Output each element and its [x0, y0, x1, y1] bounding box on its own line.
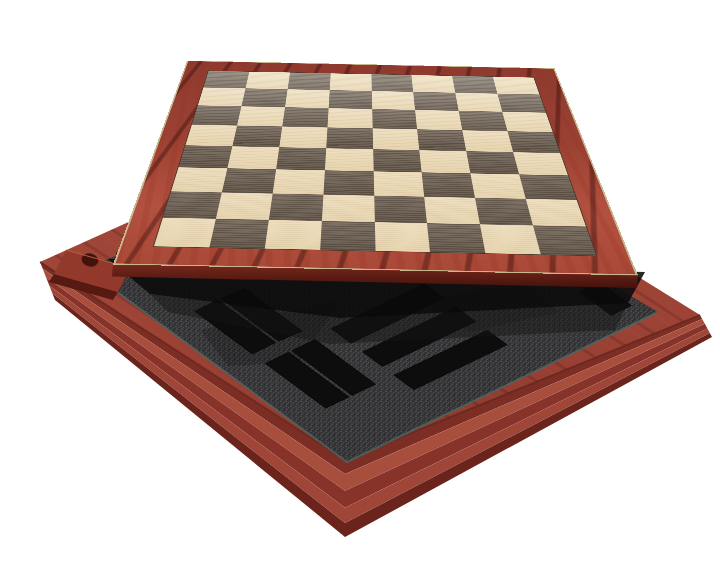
square-f1[interactable]: [427, 223, 485, 253]
square-e8[interactable]: [371, 74, 413, 92]
square-g6[interactable]: [459, 111, 508, 131]
square-g5[interactable]: [462, 130, 513, 152]
square-a1[interactable]: [154, 218, 216, 248]
square-d1[interactable]: [320, 221, 375, 251]
square-b7[interactable]: [241, 88, 287, 107]
square-g2[interactable]: [475, 198, 533, 226]
board-squares: [153, 70, 598, 256]
square-h6[interactable]: [502, 112, 552, 132]
square-e5[interactable]: [372, 128, 419, 150]
square-d7[interactable]: [328, 90, 371, 109]
square-d8[interactable]: [329, 73, 371, 91]
square-h1[interactable]: [533, 226, 596, 256]
square-a7[interactable]: [198, 87, 246, 106]
square-c7[interactable]: [285, 89, 330, 108]
square-h3[interactable]: [519, 175, 576, 200]
square-d3[interactable]: [323, 170, 374, 195]
square-e1[interactable]: [374, 222, 430, 252]
square-a8[interactable]: [203, 71, 249, 89]
square-h8[interactable]: [493, 77, 540, 95]
square-c2[interactable]: [269, 194, 323, 221]
square-c3[interactable]: [272, 169, 324, 194]
square-a2[interactable]: [163, 192, 222, 219]
square-h5[interactable]: [508, 131, 560, 153]
square-h2[interactable]: [526, 199, 586, 227]
square-b5[interactable]: [232, 125, 282, 147]
square-g1[interactable]: [480, 224, 541, 254]
square-e6[interactable]: [372, 109, 418, 129]
square-g4[interactable]: [466, 151, 519, 175]
square-b6[interactable]: [237, 106, 285, 126]
square-e3[interactable]: [373, 171, 424, 196]
square-b8[interactable]: [245, 72, 289, 90]
square-f3[interactable]: [422, 173, 475, 198]
square-d4[interactable]: [325, 148, 374, 171]
square-b3[interactable]: [222, 168, 276, 193]
square-g7[interactable]: [455, 93, 502, 112]
chess-board: [113, 61, 638, 276]
square-b4[interactable]: [227, 146, 279, 169]
square-f2[interactable]: [425, 197, 481, 225]
square-d6[interactable]: [327, 108, 372, 128]
square-h4[interactable]: [513, 152, 568, 176]
square-g8[interactable]: [452, 76, 497, 94]
square-a4[interactable]: [179, 145, 233, 168]
square-a5[interactable]: [185, 124, 237, 146]
square-h7[interactable]: [497, 94, 545, 113]
square-c8[interactable]: [287, 72, 330, 90]
square-e4[interactable]: [373, 149, 422, 172]
board-frame: [113, 61, 638, 276]
square-d2[interactable]: [322, 195, 375, 222]
square-c5[interactable]: [279, 126, 327, 148]
square-g3[interactable]: [471, 174, 526, 199]
square-c1[interactable]: [265, 220, 322, 250]
square-b2[interactable]: [216, 193, 273, 220]
square-c6[interactable]: [282, 107, 328, 127]
square-f6[interactable]: [415, 110, 462, 130]
square-f7[interactable]: [413, 92, 458, 111]
square-e7[interactable]: [371, 91, 415, 110]
square-f8[interactable]: [412, 75, 456, 93]
square-f5[interactable]: [417, 129, 466, 151]
square-c4[interactable]: [276, 147, 326, 170]
square-a3[interactable]: [171, 167, 227, 192]
square-e2[interactable]: [374, 196, 427, 224]
square-f4[interactable]: [420, 150, 471, 173]
product-photo-scene: [0, 0, 720, 576]
square-d5[interactable]: [326, 127, 373, 149]
square-a6[interactable]: [192, 105, 241, 125]
square-b1[interactable]: [209, 219, 268, 249]
